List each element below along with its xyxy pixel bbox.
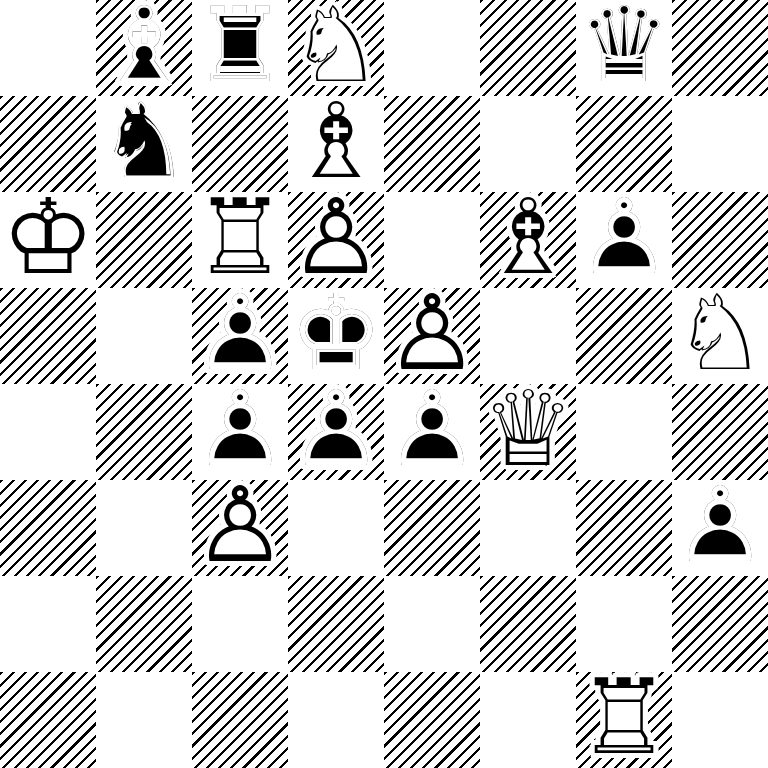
square-b2[interactable]	[96, 576, 192, 672]
black-pawn-icon: ♟	[673, 473, 766, 577]
square-g8[interactable]: ♛♕	[576, 0, 672, 96]
white-knight-d8[interactable]: ♞♘	[288, 0, 384, 96]
black-king-icon: ♚	[289, 281, 382, 385]
white-queen-outline-icon: ♕	[481, 377, 574, 481]
black-pawn-c5[interactable]: ♟♙	[192, 288, 288, 384]
white-king-icon: ♚	[1, 185, 94, 289]
square-e4[interactable]: ♟♙	[384, 384, 480, 480]
black-pawn-g6[interactable]: ♟♙	[576, 192, 672, 288]
white-pawn-outline-icon: ♙	[385, 281, 478, 385]
square-a6[interactable]: ♚♔	[0, 192, 96, 288]
white-bishop-d7[interactable]: ♝♗	[288, 96, 384, 192]
square-h6[interactable]	[672, 192, 768, 288]
white-pawn-outline-icon: ♙	[193, 473, 286, 577]
white-pawn-icon: ♟	[193, 473, 286, 577]
black-pawn-outline-icon: ♙	[193, 281, 286, 385]
square-a8[interactable]	[0, 0, 96, 96]
black-queen-g8[interactable]: ♛♕	[576, 0, 672, 96]
square-b4[interactable]	[96, 384, 192, 480]
white-bishop-f6[interactable]: ♝♗	[480, 192, 576, 288]
square-f6[interactable]: ♝♗	[480, 192, 576, 288]
black-pawn-icon: ♟	[577, 185, 670, 289]
square-b6[interactable]	[96, 192, 192, 288]
square-c3[interactable]: ♟♙	[192, 480, 288, 576]
white-bishop-icon: ♝	[289, 89, 382, 193]
square-a2[interactable]	[0, 576, 96, 672]
square-a5[interactable]	[0, 288, 96, 384]
square-d6[interactable]: ♟♙	[288, 192, 384, 288]
chess-board: ♝♗♜♖♞♘♛♕♞♘♝♗♚♔♜♖♟♙♝♗♟♙♟♙♚♔♟♙♞♘♟♙♟♙♟♙♛♕♟♙…	[0, 0, 768, 768]
square-h8[interactable]	[672, 0, 768, 96]
square-h7[interactable]	[672, 96, 768, 192]
white-knight-outline-icon: ♘	[673, 281, 766, 385]
black-rook-icon: ♜	[193, 0, 286, 97]
black-knight-icon: ♞	[97, 89, 190, 193]
square-d8[interactable]: ♞♘	[288, 0, 384, 96]
square-g7[interactable]	[576, 96, 672, 192]
square-h4[interactable]	[672, 384, 768, 480]
black-pawn-outline-icon: ♙	[289, 377, 382, 481]
black-pawn-icon: ♟	[289, 377, 382, 481]
black-bishop-outline-icon: ♗	[97, 0, 190, 97]
square-e3[interactable]	[384, 480, 480, 576]
square-f7[interactable]	[480, 96, 576, 192]
square-f4[interactable]: ♛♕	[480, 384, 576, 480]
square-d2[interactable]	[288, 576, 384, 672]
white-rook-outline-icon: ♖	[193, 185, 286, 289]
white-queen-f4[interactable]: ♛♕	[480, 384, 576, 480]
square-c1[interactable]	[192, 672, 288, 768]
black-queen-outline-icon: ♕	[577, 0, 670, 97]
black-pawn-d4[interactable]: ♟♙	[288, 384, 384, 480]
square-g3[interactable]	[576, 480, 672, 576]
square-e5[interactable]: ♟♙	[384, 288, 480, 384]
square-e8[interactable]	[384, 0, 480, 96]
black-pawn-c4[interactable]: ♟♙	[192, 384, 288, 480]
square-d7[interactable]: ♝♗	[288, 96, 384, 192]
square-a4[interactable]	[0, 384, 96, 480]
square-d5[interactable]: ♚♔	[288, 288, 384, 384]
square-f8[interactable]	[480, 0, 576, 96]
black-pawn-icon: ♟	[193, 281, 286, 385]
white-knight-icon: ♞	[289, 0, 382, 97]
white-rook-outline-icon: ♖	[577, 665, 670, 768]
white-pawn-d6[interactable]: ♟♙	[288, 192, 384, 288]
white-bishop-outline-icon: ♗	[289, 89, 382, 193]
black-rook-outline-icon: ♖	[193, 0, 286, 97]
square-a3[interactable]	[0, 480, 96, 576]
square-e7[interactable]	[384, 96, 480, 192]
square-e6[interactable]	[384, 192, 480, 288]
black-bishop-icon: ♝	[97, 0, 190, 97]
square-b1[interactable]	[96, 672, 192, 768]
black-pawn-icon: ♟	[385, 377, 478, 481]
white-queen-icon: ♛	[481, 377, 574, 481]
square-d1[interactable]	[288, 672, 384, 768]
square-f5[interactable]	[480, 288, 576, 384]
square-f1[interactable]	[480, 672, 576, 768]
white-king-a6[interactable]: ♚♔	[0, 192, 96, 288]
black-pawn-outline-icon: ♙	[385, 377, 478, 481]
square-d4[interactable]: ♟♙	[288, 384, 384, 480]
black-pawn-e4[interactable]: ♟♙	[384, 384, 480, 480]
square-c6[interactable]: ♜♖	[192, 192, 288, 288]
black-king-outline-icon: ♔	[289, 281, 382, 385]
black-knight-outline-icon: ♘	[97, 89, 190, 193]
square-c4[interactable]: ♟♙	[192, 384, 288, 480]
square-f3[interactable]	[480, 480, 576, 576]
square-e2[interactable]	[384, 576, 480, 672]
square-f2[interactable]	[480, 576, 576, 672]
white-rook-icon: ♜	[193, 185, 286, 289]
black-pawn-outline-icon: ♙	[577, 185, 670, 289]
black-pawn-outline-icon: ♙	[193, 377, 286, 481]
square-b5[interactable]	[96, 288, 192, 384]
square-g6[interactable]: ♟♙	[576, 192, 672, 288]
black-pawn-outline-icon: ♙	[673, 473, 766, 577]
white-pawn-icon: ♟	[385, 281, 478, 385]
black-rook-c8[interactable]: ♜♖	[192, 0, 288, 96]
square-c5[interactable]: ♟♙	[192, 288, 288, 384]
white-pawn-e5[interactable]: ♟♙	[384, 288, 480, 384]
black-pawn-icon: ♟	[193, 377, 286, 481]
white-pawn-icon: ♟	[289, 185, 382, 289]
white-knight-h5[interactable]: ♞♘	[672, 288, 768, 384]
square-c2[interactable]	[192, 576, 288, 672]
white-pawn-c3[interactable]: ♟♙	[192, 480, 288, 576]
square-a1[interactable]	[0, 672, 96, 768]
square-c7[interactable]	[192, 96, 288, 192]
square-h3[interactable]: ♟♙	[672, 480, 768, 576]
square-h1[interactable]	[672, 672, 768, 768]
square-g1[interactable]: ♜♖	[576, 672, 672, 768]
black-queen-icon: ♛	[577, 0, 670, 97]
square-g4[interactable]	[576, 384, 672, 480]
square-b8[interactable]: ♝♗	[96, 0, 192, 96]
black-bishop-b8[interactable]: ♝♗	[96, 0, 192, 96]
black-knight-b7[interactable]: ♞♘	[96, 96, 192, 192]
square-h5[interactable]: ♞♘	[672, 288, 768, 384]
white-knight-icon: ♞	[673, 281, 766, 385]
white-rook-g1[interactable]: ♜♖	[576, 672, 672, 768]
white-knight-outline-icon: ♘	[289, 0, 382, 97]
black-king-d5[interactable]: ♚♔	[288, 288, 384, 384]
square-h2[interactable]	[672, 576, 768, 672]
square-d3[interactable]	[288, 480, 384, 576]
white-bishop-icon: ♝	[481, 185, 574, 289]
white-king-outline-icon: ♔	[1, 185, 94, 289]
white-bishop-outline-icon: ♗	[481, 185, 574, 289]
white-pawn-outline-icon: ♙	[289, 185, 382, 289]
black-pawn-h3[interactable]: ♟♙	[672, 480, 768, 576]
white-rook-icon: ♜	[577, 665, 670, 768]
square-c8[interactable]: ♜♖	[192, 0, 288, 96]
square-a7[interactable]	[0, 96, 96, 192]
square-e1[interactable]	[384, 672, 480, 768]
square-b3[interactable]	[96, 480, 192, 576]
square-g2[interactable]	[576, 576, 672, 672]
square-b7[interactable]: ♞♘	[96, 96, 192, 192]
white-rook-c6[interactable]: ♜♖	[192, 192, 288, 288]
square-g5[interactable]	[576, 288, 672, 384]
